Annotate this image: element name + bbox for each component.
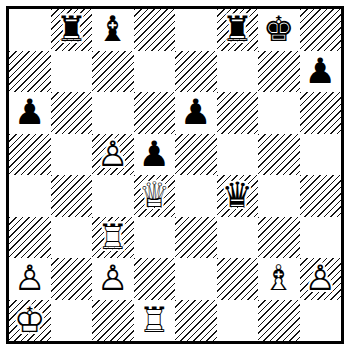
square-b5[interactable] [51,134,93,176]
square-f6[interactable] [217,92,259,134]
square-f5[interactable] [217,134,259,176]
white-bishop-g2[interactable]: ♝♗ [258,258,300,300]
square-g6[interactable] [258,92,300,134]
square-c4[interactable] [92,175,134,217]
square-h8[interactable] [300,9,342,51]
square-e6[interactable]: ♟ [175,92,217,134]
square-g7[interactable] [258,51,300,93]
square-a6[interactable]: ♟ [9,92,51,134]
white-pawn-c2[interactable]: ♟♙ [92,258,134,300]
square-e5[interactable] [175,134,217,176]
square-h2[interactable]: ♟♙ [300,258,342,300]
square-a5[interactable] [9,134,51,176]
piece-outline: ♙ [92,134,134,176]
square-d6[interactable] [134,92,176,134]
piece-outline: ♖ [134,300,176,342]
square-e4[interactable] [175,175,217,217]
square-e7[interactable] [175,51,217,93]
black-pawn-e6[interactable]: ♟ [175,92,217,134]
square-b7[interactable] [51,51,93,93]
square-h4[interactable] [300,175,342,217]
square-g5[interactable] [258,134,300,176]
white-king-a1[interactable]: ♚♔ [9,300,51,342]
square-d8[interactable] [134,9,176,51]
square-d2[interactable] [134,258,176,300]
square-e2[interactable] [175,258,217,300]
square-a4[interactable] [9,175,51,217]
square-e1[interactable] [175,300,217,342]
white-pawn-h2[interactable]: ♟♙ [300,258,342,300]
piece-outline: ♙ [9,258,51,300]
square-g1[interactable] [258,300,300,342]
square-c3[interactable]: ♜♖ [92,217,134,259]
square-a8[interactable] [9,9,51,51]
square-d4[interactable]: ♛♕ [134,175,176,217]
chess-board-frame: ♜♝♜♚♟♟♟♟♙♟♛♕♛♜♖♟♙♟♙♝♗♟♙♚♔♜♖ [6,6,344,344]
square-a1[interactable]: ♚♔ [9,300,51,342]
square-e8[interactable] [175,9,217,51]
piece-outline: ♖ [92,217,134,259]
black-bishop-c8[interactable]: ♝ [92,9,134,51]
square-h6[interactable] [300,92,342,134]
square-h3[interactable] [300,217,342,259]
piece-outline: ♗ [258,258,300,300]
black-queen-f4[interactable]: ♛ [217,175,259,217]
square-a2[interactable]: ♟♙ [9,258,51,300]
square-h1[interactable] [300,300,342,342]
square-b4[interactable] [51,175,93,217]
square-c8[interactable]: ♝ [92,9,134,51]
black-pawn-h7[interactable]: ♟ [300,51,342,93]
square-d7[interactable] [134,51,176,93]
square-g2[interactable]: ♝♗ [258,258,300,300]
piece-outline: ♔ [9,300,51,342]
square-f1[interactable] [217,300,259,342]
square-f7[interactable] [217,51,259,93]
square-b2[interactable] [51,258,93,300]
square-c6[interactable] [92,92,134,134]
square-f4[interactable]: ♛ [217,175,259,217]
white-pawn-c5[interactable]: ♟♙ [92,134,134,176]
white-rook-c3[interactable]: ♜♖ [92,217,134,259]
square-a3[interactable] [9,217,51,259]
square-d1[interactable]: ♜♖ [134,300,176,342]
chess-board: ♜♝♜♚♟♟♟♟♙♟♛♕♛♜♖♟♙♟♙♝♗♟♙♚♔♜♖ [9,9,341,341]
white-pawn-a2[interactable]: ♟♙ [9,258,51,300]
square-g3[interactable] [258,217,300,259]
piece-outline: ♕ [134,175,176,217]
square-h7[interactable]: ♟ [300,51,342,93]
black-rook-b8[interactable]: ♜ [51,9,93,51]
square-b3[interactable] [51,217,93,259]
square-g4[interactable] [258,175,300,217]
square-h5[interactable] [300,134,342,176]
square-c7[interactable] [92,51,134,93]
piece-outline: ♙ [300,258,342,300]
square-d3[interactable] [134,217,176,259]
piece-outline: ♙ [92,258,134,300]
black-rook-f8[interactable]: ♜ [217,9,259,51]
black-pawn-d5[interactable]: ♟ [134,134,176,176]
white-rook-d1[interactable]: ♜♖ [134,300,176,342]
white-queen-d4[interactable]: ♛♕ [134,175,176,217]
square-f2[interactable] [217,258,259,300]
square-b6[interactable] [51,92,93,134]
square-c1[interactable] [92,300,134,342]
square-d5[interactable]: ♟ [134,134,176,176]
square-c5[interactable]: ♟♙ [92,134,134,176]
black-king-g8[interactable]: ♚ [258,9,300,51]
square-f3[interactable] [217,217,259,259]
square-g8[interactable]: ♚ [258,9,300,51]
square-c2[interactable]: ♟♙ [92,258,134,300]
square-b8[interactable]: ♜ [51,9,93,51]
square-a7[interactable] [9,51,51,93]
black-pawn-a6[interactable]: ♟ [9,92,51,134]
square-e3[interactable] [175,217,217,259]
square-b1[interactable] [51,300,93,342]
square-f8[interactable]: ♜ [217,9,259,51]
